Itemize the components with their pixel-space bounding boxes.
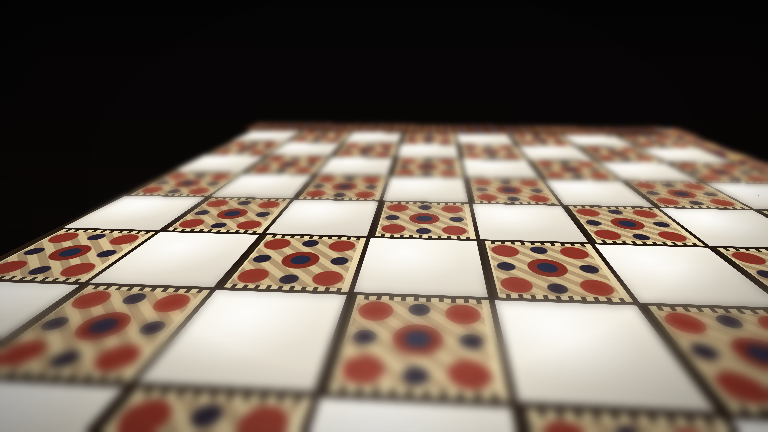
- pieces-layer: ♟♟♜♛♚♟♜: [0, 0, 768, 432]
- cropped-light-piece: [0, 0, 42, 64]
- black-pawn-near[interactable]: ♟: [203, 270, 300, 432]
- black-queen[interactable]: ♛: [336, 56, 467, 361]
- black-pawn-far[interactable]: ♟: [265, 103, 319, 213]
- white-rook[interactable]: ♜: [47, 127, 117, 313]
- black-rook-near[interactable]: ♜: [651, 225, 745, 408]
- chess-photo-stage: ♟♟♜♛♚♟♜: [0, 0, 768, 432]
